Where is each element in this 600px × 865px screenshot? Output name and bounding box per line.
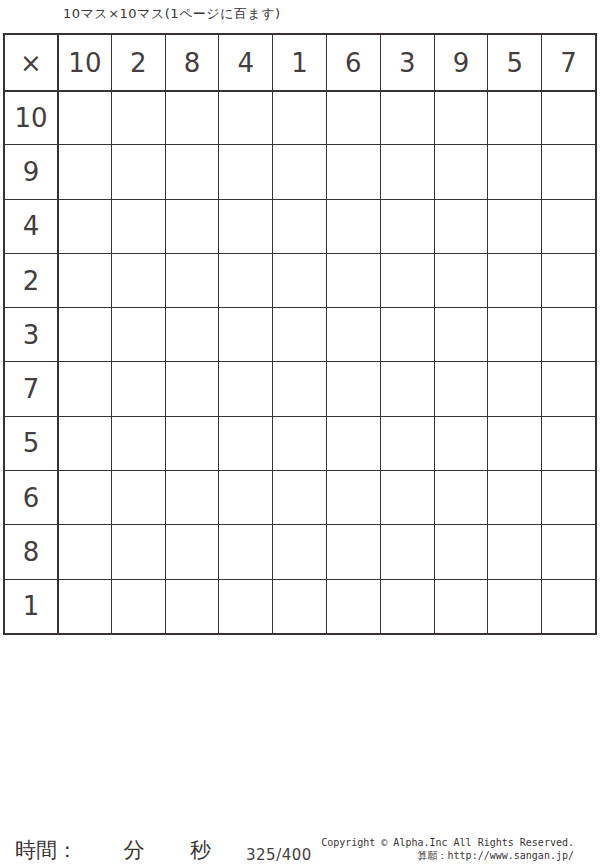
answer-cell[interactable] [272, 470, 326, 524]
answer-cell[interactable] [57, 361, 111, 415]
col-header-4: 4 [218, 35, 272, 90]
answer-cell[interactable] [434, 253, 488, 307]
answer-cell[interactable] [541, 144, 595, 198]
answer-cell[interactable] [434, 470, 488, 524]
answer-cell[interactable] [57, 524, 111, 578]
worksheet-title: 10マス×10マス(1ページに百ます) [63, 5, 281, 23]
answer-cell[interactable] [326, 416, 380, 470]
col-header-2: 2 [111, 35, 165, 90]
answer-cell[interactable] [434, 90, 488, 144]
answer-cell[interactable] [380, 253, 434, 307]
answer-cell[interactable] [111, 579, 165, 633]
answer-cell[interactable] [380, 470, 434, 524]
answer-cell[interactable] [218, 361, 272, 415]
answer-cell[interactable] [111, 307, 165, 361]
answer-cell[interactable] [272, 361, 326, 415]
answer-cell[interactable] [326, 470, 380, 524]
answer-cell[interactable] [487, 579, 541, 633]
answer-cell[interactable] [272, 416, 326, 470]
answer-cell[interactable] [326, 253, 380, 307]
answer-cell[interactable] [57, 199, 111, 253]
answer-cell[interactable] [111, 144, 165, 198]
answer-cell[interactable] [272, 579, 326, 633]
answer-cell[interactable] [57, 470, 111, 524]
answer-cell[interactable] [218, 199, 272, 253]
answer-cell[interactable] [487, 90, 541, 144]
answer-cell[interactable] [57, 253, 111, 307]
seconds-label: 秒 [190, 836, 211, 864]
answer-cell[interactable] [541, 416, 595, 470]
answer-cell[interactable] [111, 416, 165, 470]
copyright-text: Copyright © Alpha.Inc All Rights Reserve… [321, 836, 574, 849]
answer-cell[interactable] [541, 199, 595, 253]
answer-cell[interactable] [380, 416, 434, 470]
time-label: 時間： [15, 836, 78, 864]
answer-cell[interactable] [111, 470, 165, 524]
answer-cell[interactable] [218, 524, 272, 578]
answer-cell[interactable] [165, 361, 219, 415]
answer-cell[interactable] [111, 524, 165, 578]
row-header-8: 8 [5, 524, 57, 578]
answer-cell[interactable] [272, 253, 326, 307]
answer-cell[interactable] [272, 90, 326, 144]
operator-cell: × [5, 35, 57, 90]
answer-cell[interactable] [165, 579, 219, 633]
col-header-1: 1 [272, 35, 326, 90]
answer-cell[interactable] [57, 416, 111, 470]
row-header-1: 1 [5, 579, 57, 633]
answer-cell[interactable] [57, 307, 111, 361]
col-header-8: 8 [165, 35, 219, 90]
answer-cell[interactable] [380, 144, 434, 198]
answer-cell[interactable] [434, 144, 488, 198]
answer-cell[interactable] [487, 416, 541, 470]
answer-cell[interactable] [434, 361, 488, 415]
answer-cell[interactable] [165, 307, 219, 361]
answer-cell[interactable] [165, 470, 219, 524]
multiplication-grid: ×1028416395710942375681 [3, 33, 597, 635]
col-header-3: 3 [380, 35, 434, 90]
answer-cell[interactable] [218, 416, 272, 470]
answer-cell[interactable] [57, 579, 111, 633]
answer-cell[interactable] [541, 524, 595, 578]
answer-cell[interactable] [487, 470, 541, 524]
answer-cell[interactable] [380, 524, 434, 578]
answer-cell[interactable] [541, 361, 595, 415]
answer-cell[interactable] [541, 253, 595, 307]
answer-cell[interactable] [326, 361, 380, 415]
answer-cell[interactable] [541, 90, 595, 144]
answer-cell[interactable] [218, 253, 272, 307]
copyright-block: Copyright © Alpha.Inc All Rights Reserve… [321, 836, 574, 862]
col-header-5: 5 [487, 35, 541, 90]
answer-cell[interactable] [111, 253, 165, 307]
col-header-6: 6 [326, 35, 380, 90]
answer-cell[interactable] [272, 524, 326, 578]
answer-cell[interactable] [380, 307, 434, 361]
row-header-6: 6 [5, 470, 57, 524]
answer-cell[interactable] [541, 579, 595, 633]
answer-cell[interactable] [111, 90, 165, 144]
answer-cell[interactable] [218, 90, 272, 144]
answer-cell[interactable] [165, 144, 219, 198]
answer-cell[interactable] [487, 307, 541, 361]
col-header-7: 7 [541, 35, 595, 90]
answer-cell[interactable] [165, 253, 219, 307]
answer-cell[interactable] [272, 307, 326, 361]
answer-cell[interactable] [380, 579, 434, 633]
col-header-10: 10 [57, 35, 111, 90]
row-header-2: 2 [5, 253, 57, 307]
answer-cell[interactable] [111, 361, 165, 415]
answer-cell[interactable] [487, 144, 541, 198]
row-header-10: 10 [5, 90, 57, 144]
answer-cell[interactable] [541, 307, 595, 361]
answer-cell[interactable] [165, 90, 219, 144]
answer-cell[interactable] [434, 307, 488, 361]
answer-cell[interactable] [272, 144, 326, 198]
answer-cell[interactable] [434, 416, 488, 470]
answer-cell[interactable] [326, 144, 380, 198]
answer-cell[interactable] [380, 361, 434, 415]
answer-cell[interactable] [57, 90, 111, 144]
answer-cell[interactable] [487, 361, 541, 415]
row-header-7: 7 [5, 361, 57, 415]
col-header-9: 9 [434, 35, 488, 90]
answer-cell[interactable] [487, 253, 541, 307]
page-number: 325/400 [246, 846, 312, 864]
time-entry-line: 時間： 分 秒 [15, 836, 237, 865]
answer-cell[interactable] [434, 579, 488, 633]
answer-cell[interactable] [326, 579, 380, 633]
answer-cell[interactable] [380, 90, 434, 144]
answer-cell[interactable] [272, 199, 326, 253]
answer-cell[interactable] [434, 199, 488, 253]
row-header-9: 9 [5, 144, 57, 198]
answer-cell[interactable] [111, 199, 165, 253]
answer-cell[interactable] [165, 199, 219, 253]
answer-cell[interactable] [165, 416, 219, 470]
answer-cell[interactable] [326, 90, 380, 144]
answer-cell[interactable] [165, 524, 219, 578]
answer-cell[interactable] [326, 199, 380, 253]
row-header-5: 5 [5, 416, 57, 470]
answer-cell[interactable] [487, 524, 541, 578]
answer-cell[interactable] [218, 579, 272, 633]
site-url: 算願：http://www.sangan.jp/ [321, 849, 574, 862]
answer-cell[interactable] [326, 307, 380, 361]
row-header-4: 4 [5, 199, 57, 253]
answer-cell[interactable] [434, 524, 488, 578]
answer-cell[interactable] [541, 470, 595, 524]
answer-cell[interactable] [326, 524, 380, 578]
answer-cell[interactable] [380, 199, 434, 253]
answer-cell[interactable] [218, 307, 272, 361]
answer-cell[interactable] [218, 470, 272, 524]
answer-cell[interactable] [57, 144, 111, 198]
minutes-label: 分 [124, 836, 145, 864]
answer-cell[interactable] [487, 199, 541, 253]
row-header-3: 3 [5, 307, 57, 361]
answer-cell[interactable] [218, 144, 272, 198]
